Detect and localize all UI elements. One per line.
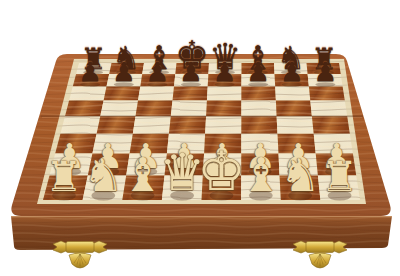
piece-white-bishop-c1[interactable]: ♝: [122, 152, 164, 199]
piece-white-knight-b1[interactable]: ♞: [83, 153, 124, 198]
piece-black-pawn-f7[interactable]: ♟: [246, 59, 270, 85]
piece-black-pawn-d7[interactable]: ♟: [179, 59, 203, 85]
piece-white-king-e1[interactable]: ♚: [197, 145, 245, 199]
chess-set-photo: ♜♞♝♚♛♝♞♜♟♟♟♟♟♟♟♟♟♟♟♟♟♟♟♟♜♞♝♛♚♝♞♜: [0, 0, 400, 276]
piece-black-pawn-b7[interactable]: ♟: [112, 59, 136, 85]
piece-black-pawn-h7[interactable]: ♟: [314, 59, 338, 85]
piece-black-pawn-e7[interactable]: ♟: [213, 59, 237, 85]
piece-black-pawn-g7[interactable]: ♟: [280, 59, 304, 85]
piece-white-rook-a1[interactable]: ♜: [45, 156, 83, 198]
brass-latch: [53, 241, 107, 268]
piece-black-pawn-c7[interactable]: ♟: [146, 59, 170, 85]
piece-black-pawn-a7[interactable]: ♟: [78, 59, 102, 85]
piece-white-knight-g1[interactable]: ♞: [280, 153, 321, 198]
piece-white-rook-h1[interactable]: ♜: [321, 156, 359, 198]
brass-latch: [293, 241, 347, 268]
piece-white-bishop-f1[interactable]: ♝: [240, 152, 282, 199]
